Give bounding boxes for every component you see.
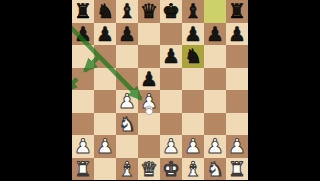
square-b4[interactable] [94, 90, 116, 113]
piece-white-bishop-f1[interactable]: ♝ [184, 159, 202, 179]
square-b2[interactable]: ♟ [94, 135, 116, 158]
square-c7[interactable]: ♟ [116, 23, 138, 46]
square-a1[interactable]: ♜ [72, 158, 94, 181]
piece-black-rook-a8[interactable]: ♜ [74, 1, 92, 21]
square-g1[interactable]: ♞ [204, 158, 226, 181]
piece-white-pawn-b2[interactable]: ♟ [96, 136, 114, 156]
letterbox-right [248, 0, 320, 180]
piece-white-pawn-g2[interactable]: ♟ [206, 136, 224, 156]
piece-black-pawn-h7[interactable]: ♟ [228, 24, 246, 44]
square-c6[interactable] [116, 45, 138, 68]
piece-black-pawn-a7[interactable]: ♟ [74, 24, 92, 44]
video-frame: ♜♞♝♛♚♝♜♟♟♟♟♟♟♟♞♟♟♟♞♟♟♟♟♟♟♜♝♛♚♝♞♜ [0, 0, 320, 180]
piece-white-pawn-e2[interactable]: ♟ [162, 136, 180, 156]
square-c2[interactable] [116, 135, 138, 158]
square-d7[interactable] [138, 23, 160, 46]
square-a6[interactable] [72, 45, 94, 68]
square-h4[interactable] [226, 90, 248, 113]
square-h5[interactable] [226, 68, 248, 91]
square-e1[interactable]: ♚ [160, 158, 182, 181]
square-f2[interactable]: ♟ [182, 135, 204, 158]
square-b7[interactable]: ♟ [94, 23, 116, 46]
piece-black-bishop-c8[interactable]: ♝ [118, 1, 136, 21]
square-h7[interactable]: ♟ [226, 23, 248, 46]
square-e3[interactable] [160, 113, 182, 136]
letterbox-left [0, 0, 72, 180]
square-f4[interactable] [182, 90, 204, 113]
piece-black-bishop-f8[interactable]: ♝ [184, 1, 202, 21]
hand-cursor-icon [144, 101, 154, 120]
piece-black-rook-h8[interactable]: ♜ [228, 1, 246, 21]
square-e6[interactable]: ♟ [160, 45, 182, 68]
square-g4[interactable] [204, 90, 226, 113]
piece-white-bishop-c1[interactable]: ♝ [118, 159, 136, 179]
square-d5[interactable]: ♟ [138, 68, 160, 91]
piece-black-king-e8[interactable]: ♚ [162, 1, 180, 21]
piece-white-pawn-h2[interactable]: ♟ [228, 136, 246, 156]
square-h3[interactable] [226, 113, 248, 136]
square-h1[interactable]: ♜ [226, 158, 248, 181]
square-g5[interactable] [204, 68, 226, 91]
piece-black-pawn-f7[interactable]: ♟ [184, 24, 202, 44]
piece-black-pawn-c7[interactable]: ♟ [118, 24, 136, 44]
square-h8[interactable]: ♜ [226, 0, 248, 23]
square-f6[interactable]: ♞ [182, 45, 204, 68]
square-d1[interactable]: ♛ [138, 158, 160, 181]
piece-black-pawn-g7[interactable]: ♟ [206, 24, 224, 44]
square-c3[interactable]: ♞ [116, 113, 138, 136]
square-h2[interactable]: ♟ [226, 135, 248, 158]
piece-white-pawn-f2[interactable]: ♟ [184, 136, 202, 156]
square-f5[interactable] [182, 68, 204, 91]
square-c4[interactable]: ♟ [116, 90, 138, 113]
square-b6[interactable] [94, 45, 116, 68]
square-c8[interactable]: ♝ [116, 0, 138, 23]
square-h6[interactable] [226, 45, 248, 68]
square-g3[interactable] [204, 113, 226, 136]
piece-white-king-e1[interactable]: ♚ [162, 159, 180, 179]
piece-white-rook-h1[interactable]: ♜ [228, 159, 246, 179]
piece-white-rook-a1[interactable]: ♜ [74, 159, 92, 179]
square-a7[interactable]: ♟ [72, 23, 94, 46]
piece-black-pawn-d5[interactable]: ♟ [140, 69, 158, 89]
square-b8[interactable]: ♞ [94, 0, 116, 23]
square-b5[interactable] [94, 68, 116, 91]
square-g2[interactable]: ♟ [204, 135, 226, 158]
lastmove-highlight-g8 [204, 0, 226, 23]
square-d8[interactable]: ♛ [138, 0, 160, 23]
piece-black-knight-f6[interactable]: ♞ [184, 46, 202, 66]
square-e8[interactable]: ♚ [160, 0, 182, 23]
piece-black-knight-b8[interactable]: ♞ [96, 1, 114, 21]
square-e5[interactable] [160, 68, 182, 91]
square-e4[interactable] [160, 90, 182, 113]
piece-white-knight-g1[interactable]: ♞ [206, 159, 224, 179]
square-a5[interactable] [72, 68, 94, 91]
square-e2[interactable]: ♟ [160, 135, 182, 158]
piece-black-pawn-b7[interactable]: ♟ [96, 24, 114, 44]
square-c1[interactable]: ♝ [116, 158, 138, 181]
square-b3[interactable] [94, 113, 116, 136]
square-g7[interactable]: ♟ [204, 23, 226, 46]
piece-black-pawn-e6[interactable]: ♟ [162, 46, 180, 66]
square-a2[interactable]: ♟ [72, 135, 94, 158]
square-d6[interactable] [138, 45, 160, 68]
square-c5[interactable] [116, 68, 138, 91]
square-f3[interactable] [182, 113, 204, 136]
square-f8[interactable]: ♝ [182, 0, 204, 23]
square-d2[interactable] [138, 135, 160, 158]
piece-black-queen-d8[interactable]: ♛ [140, 1, 158, 21]
square-b1[interactable] [94, 158, 116, 181]
square-f7[interactable]: ♟ [182, 23, 204, 46]
square-g6[interactable] [204, 45, 226, 68]
piece-white-pawn-c4[interactable]: ♟ [118, 91, 136, 111]
piece-white-pawn-a2[interactable]: ♟ [74, 136, 92, 156]
piece-white-queen-d1[interactable]: ♛ [140, 159, 158, 179]
square-a8[interactable]: ♜ [72, 0, 94, 23]
square-g8[interactable] [204, 0, 226, 23]
piece-white-knight-c3[interactable]: ♞ [118, 114, 136, 134]
square-a3[interactable] [72, 113, 94, 136]
square-f1[interactable]: ♝ [182, 158, 204, 181]
chess-board[interactable]: ♜♞♝♛♚♝♜♟♟♟♟♟♟♟♞♟♟♟♞♟♟♟♟♟♟♜♝♛♚♝♞♜ [72, 0, 248, 180]
square-e7[interactable] [160, 23, 182, 46]
square-a4[interactable] [72, 90, 94, 113]
